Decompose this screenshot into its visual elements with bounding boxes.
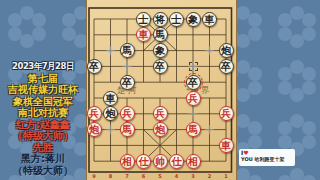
piece-black-cannon: 炮	[219, 43, 234, 58]
last-move-from-marker	[189, 62, 198, 71]
piece-black-advisor: 士	[169, 12, 184, 27]
event-text-line-6: 红方:赵鑫鑫	[0, 119, 86, 131]
watermark-badge: I♥ YOU 哈利路亚十架	[239, 149, 295, 166]
piece-black-soldier: 卒	[87, 59, 102, 74]
piece-red-soldier: 兵	[186, 91, 201, 106]
file-number: 7	[122, 174, 132, 179]
event-text-line-8: 先胜	[0, 142, 86, 154]
piece-red-horse: 馬	[186, 122, 201, 137]
file-number: 6	[139, 174, 149, 179]
event-text-line-2: 第七届	[0, 73, 86, 85]
piece-black-chariot: 車	[202, 12, 217, 27]
file-number: 1	[221, 174, 231, 179]
piece-black-advisor: 士	[136, 12, 151, 27]
file-number: 2	[205, 174, 215, 179]
event-text-line-7: （特级大师）	[0, 130, 86, 142]
piece-black-chariot: 車	[103, 91, 118, 106]
piece-black-horse: 馬	[153, 27, 168, 42]
piece-red-elephant: 相	[120, 154, 135, 169]
piece-red-cannon: 炮	[87, 122, 102, 137]
piece-red-soldier: 兵	[87, 106, 102, 121]
file-number: 8	[106, 174, 116, 179]
watermark-line2: YOU 哈利路亚十架	[241, 157, 293, 163]
event-info-panel: 2023年7月28日第七届吉视传媒力旺杯象棋全国冠军南北对抗赛红方:赵鑫鑫（特级…	[0, 61, 86, 176]
piece-black-soldier: 卒	[153, 59, 168, 74]
heart-icon: ♥	[243, 149, 248, 156]
piece-red-soldier: 兵	[120, 106, 135, 121]
piece-red-advisor: 仕	[169, 154, 184, 169]
piece-black-general: 将	[153, 12, 168, 27]
piece-black-elephant: 象	[186, 12, 201, 27]
event-text-line-4: 象棋全国冠军	[0, 96, 86, 108]
piece-black-soldier: 卒	[219, 59, 234, 74]
file-number: 9	[89, 174, 99, 179]
file-number: 3	[188, 174, 198, 179]
piece-black-soldier: 卒	[186, 75, 201, 90]
piece-red-general: 帅	[153, 154, 168, 169]
piece-red-soldier: 兵	[153, 106, 168, 121]
piece-red-cannon: 炮	[153, 122, 168, 137]
file-number: 5	[155, 174, 165, 179]
video-frame: 楚河 漢界 987654321士将士象車車馬馬象炮卒卒卒卒卒車兵兵炮兵兵兵炮馬炮…	[0, 0, 320, 180]
event-text-line-9: 黑方:蒋川	[0, 153, 86, 165]
event-text-line-10: （特级大师）	[0, 165, 86, 177]
event-text-line-5: 南北对抗赛	[0, 107, 86, 119]
piece-red-horse: 馬	[120, 122, 135, 137]
piece-red-soldier: 兵	[219, 106, 234, 121]
piece-black-horse: 馬	[120, 43, 135, 58]
file-number: 4	[172, 174, 182, 179]
piece-red-advisor: 仕	[136, 154, 151, 169]
piece-black-elephant: 象	[153, 43, 168, 58]
event-text-line-1: 2023年7月28日	[0, 61, 86, 73]
piece-red-chariot: 車	[219, 138, 234, 153]
piece-red-elephant: 相	[186, 154, 201, 169]
piece-black-soldier: 卒	[120, 75, 135, 90]
event-text-line-3: 吉视传媒力旺杯	[0, 84, 86, 96]
